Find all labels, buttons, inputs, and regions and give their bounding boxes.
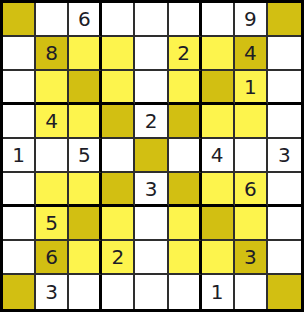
cell-r9c1[interactable] [3, 275, 36, 309]
cell-r3c6[interactable] [169, 71, 202, 105]
cell-r7c3[interactable] [69, 207, 102, 241]
cell-r3c3[interactable] [69, 71, 102, 105]
cell-r1c6[interactable] [169, 3, 202, 37]
cell-r5c9[interactable]: 3 [268, 139, 301, 173]
cell-r2c4[interactable] [102, 37, 135, 71]
cell-r4c4[interactable] [102, 105, 135, 139]
cell-r3c4[interactable] [102, 71, 135, 105]
cell-r9c2[interactable]: 3 [36, 275, 69, 309]
cell-r4c5[interactable]: 2 [135, 105, 168, 139]
cell-r2c6[interactable]: 2 [169, 37, 202, 71]
cell-r3c5[interactable] [135, 71, 168, 105]
cell-r8c4[interactable]: 2 [102, 241, 135, 275]
cell-r5c4[interactable] [102, 139, 135, 173]
cell-r6c4[interactable] [102, 173, 135, 207]
cell-r5c7[interactable]: 4 [202, 139, 235, 173]
cell-r6c3[interactable] [69, 173, 102, 207]
cell-r1c9[interactable] [268, 3, 301, 37]
sudoku-grid: 69824142154336562331 [0, 0, 304, 312]
cell-r4c2[interactable]: 4 [36, 105, 69, 139]
cell-r8c7[interactable] [202, 241, 235, 275]
cell-r6c8[interactable]: 6 [235, 173, 268, 207]
cell-r6c2[interactable] [36, 173, 69, 207]
cell-r6c6[interactable] [169, 173, 202, 207]
cell-r5c1[interactable]: 1 [3, 139, 36, 173]
cell-r7c7[interactable] [202, 207, 235, 241]
cell-r1c2[interactable] [36, 3, 69, 37]
cell-r1c3[interactable]: 6 [69, 3, 102, 37]
cell-r2c7[interactable] [202, 37, 235, 71]
cell-r9c4[interactable] [102, 275, 135, 309]
cell-r2c5[interactable] [135, 37, 168, 71]
cell-r7c2[interactable]: 5 [36, 207, 69, 241]
cell-r3c1[interactable] [3, 71, 36, 105]
cell-r2c8[interactable]: 4 [235, 37, 268, 71]
cell-r2c3[interactable] [69, 37, 102, 71]
cell-r4c8[interactable] [235, 105, 268, 139]
cell-r8c6[interactable] [169, 241, 202, 275]
cell-r8c8[interactable]: 3 [235, 241, 268, 275]
cell-r3c2[interactable] [36, 71, 69, 105]
cell-r9c3[interactable] [69, 275, 102, 309]
cell-r1c4[interactable] [102, 3, 135, 37]
cell-r8c1[interactable] [3, 241, 36, 275]
cell-r9c7[interactable]: 1 [202, 275, 235, 309]
sudoku-board: 69824142154336562331 [0, 0, 304, 320]
cell-r7c5[interactable] [135, 207, 168, 241]
cell-r8c3[interactable] [69, 241, 102, 275]
cell-r4c9[interactable] [268, 105, 301, 139]
cell-r9c8[interactable] [235, 275, 268, 309]
cell-r1c1[interactable] [3, 3, 36, 37]
cell-r4c6[interactable] [169, 105, 202, 139]
cell-r2c9[interactable] [268, 37, 301, 71]
cell-r9c5[interactable] [135, 275, 168, 309]
cell-r1c7[interactable] [202, 3, 235, 37]
cell-r6c1[interactable] [3, 173, 36, 207]
cell-r8c5[interactable] [135, 241, 168, 275]
cell-r7c6[interactable] [169, 207, 202, 241]
cell-r6c9[interactable] [268, 173, 301, 207]
cell-r7c8[interactable] [235, 207, 268, 241]
cell-r4c3[interactable] [69, 105, 102, 139]
cell-r5c6[interactable] [169, 139, 202, 173]
cell-r1c5[interactable] [135, 3, 168, 37]
cell-r3c9[interactable] [268, 71, 301, 105]
cell-r5c2[interactable] [36, 139, 69, 173]
cell-r8c2[interactable]: 6 [36, 241, 69, 275]
cell-r3c7[interactable] [202, 71, 235, 105]
cell-r2c2[interactable]: 8 [36, 37, 69, 71]
cell-r4c1[interactable] [3, 105, 36, 139]
cell-r4c7[interactable] [202, 105, 235, 139]
cell-r5c3[interactable]: 5 [69, 139, 102, 173]
cell-r2c1[interactable] [3, 37, 36, 71]
cell-r6c7[interactable] [202, 173, 235, 207]
cell-r5c5[interactable] [135, 139, 168, 173]
cell-r6c5[interactable]: 3 [135, 173, 168, 207]
cell-r7c1[interactable] [3, 207, 36, 241]
cell-r7c4[interactable] [102, 207, 135, 241]
cell-r3c8[interactable]: 1 [235, 71, 268, 105]
cell-r5c8[interactable] [235, 139, 268, 173]
cell-r1c8[interactable]: 9 [235, 3, 268, 37]
cell-r9c6[interactable] [169, 275, 202, 309]
cell-r9c9[interactable] [268, 275, 301, 309]
cell-r7c9[interactable] [268, 207, 301, 241]
cell-r8c9[interactable] [268, 241, 301, 275]
